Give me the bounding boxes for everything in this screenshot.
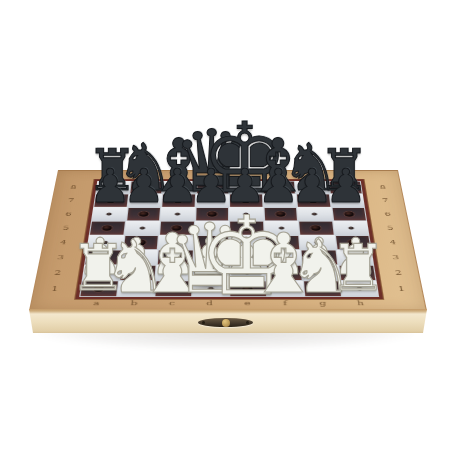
- piece-white-rook-h1[interactable]: ♜: [329, 237, 386, 301]
- piece-black-pawn-h7[interactable]: ♟: [325, 163, 367, 210]
- pieces-layer: ♜♞♝♛♚♝♞♜♟♟♟♟♟♟♟♟♟♟♟♟♟♟♟♟♜♞♝♛♚♝♞♜: [0, 0, 450, 450]
- chess-set-photo: 8877665544332211aabbccddeeffgghh ♜♞♝♛♚♝♞…: [0, 0, 450, 450]
